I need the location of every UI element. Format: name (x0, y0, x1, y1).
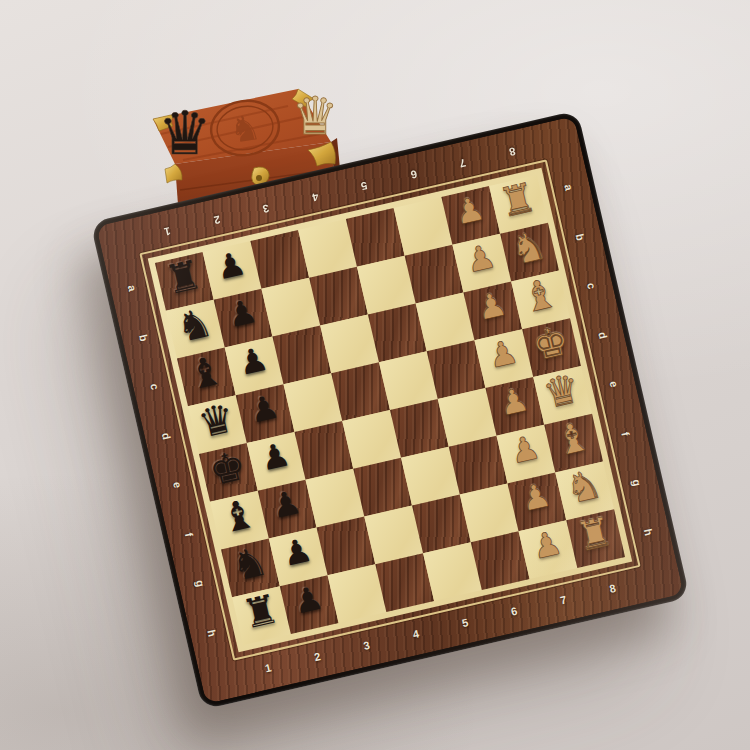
white-queen[interactable]: ♛ (540, 367, 584, 414)
photo-scene: ♞ ♛ ♛ 12345678 12345678 abc (0, 0, 750, 750)
black-pawn[interactable]: ♟ (213, 246, 249, 285)
black-pawn[interactable]: ♟ (268, 485, 304, 524)
white-knight[interactable]: ♞ (562, 462, 606, 509)
white-rook[interactable]: ♜ (573, 510, 617, 557)
black-pawn[interactable]: ♟ (224, 294, 260, 333)
square-h8[interactable]: ♜ (566, 509, 625, 568)
white-bishop[interactable]: ♝ (551, 415, 595, 462)
white-pawn[interactable]: ♟ (463, 239, 499, 278)
display-piece-black-queen: ♛ (158, 98, 212, 168)
black-pawn[interactable]: ♟ (290, 580, 326, 619)
white-pawn[interactable]: ♟ (507, 430, 543, 469)
white-rook[interactable]: ♜ (495, 176, 539, 223)
white-bishop[interactable]: ♝ (517, 271, 561, 318)
white-pawn[interactable]: ♟ (474, 287, 510, 326)
black-rook[interactable]: ♜ (238, 587, 282, 634)
black-pawn[interactable]: ♟ (279, 533, 315, 572)
black-knight[interactable]: ♞ (227, 540, 271, 587)
white-pawn[interactable]: ♟ (485, 334, 521, 373)
black-king[interactable]: ♚ (205, 444, 249, 491)
black-rook[interactable]: ♜ (161, 253, 205, 300)
knight-emblem-icon: ♞ (227, 107, 264, 151)
white-king[interactable]: ♚ (528, 319, 572, 366)
white-pawn[interactable]: ♟ (518, 478, 554, 517)
black-bishop[interactable]: ♝ (183, 349, 227, 396)
display-piece-white-queen: ♛ (292, 86, 339, 146)
white-pawn[interactable]: ♟ (452, 191, 488, 230)
board-frame: 12345678 12345678 abcdefgh abcdefgh ♜♟♟♜… (96, 116, 684, 704)
black-pawn[interactable]: ♟ (235, 342, 271, 381)
white-knight[interactable]: ♞ (506, 224, 550, 271)
black-knight[interactable]: ♞ (172, 301, 216, 348)
black-pawn[interactable]: ♟ (257, 437, 293, 476)
board-grid: ♜♟♟♜♞♟♟♞♝♟♟♝♛♟♟♚♚♟♟♛♝♟♟♝♞♟♟♞♜♟♟♜ (155, 175, 625, 645)
white-pawn[interactable]: ♟ (529, 525, 565, 564)
black-queen[interactable]: ♛ (194, 396, 238, 443)
black-bishop[interactable]: ♝ (216, 492, 260, 539)
black-pawn[interactable]: ♟ (246, 389, 282, 428)
white-pawn[interactable]: ♟ (496, 382, 532, 421)
